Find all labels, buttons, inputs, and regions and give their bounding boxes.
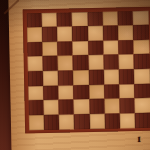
board-square-r4c2 (58, 70, 74, 85)
board-square-r0c4 (87, 11, 103, 26)
board-square-r6c2 (58, 100, 74, 115)
board-square-r1c1 (42, 27, 58, 42)
board-square-r5c0 (28, 86, 44, 101)
board-square-r1c7 (133, 25, 149, 40)
board-border-line (23, 6, 150, 133)
board-square-r0c6 (118, 11, 134, 26)
frame-miter-joint (3, 0, 19, 14)
board-square-r3c1 (42, 56, 58, 71)
board-square-r7c6 (120, 113, 136, 128)
board-square-r6c3 (74, 99, 90, 114)
board-square-r2c2 (57, 41, 73, 56)
board-square-r6c6 (119, 98, 135, 113)
board-square-r7c3 (74, 114, 90, 129)
board-square-r1c6 (118, 25, 134, 40)
board-square-r2c5 (103, 40, 119, 55)
board-square-r7c2 (59, 114, 75, 129)
board-square-r5c7 (134, 83, 150, 98)
board-square-r0c7 (133, 10, 149, 25)
board-square-r7c5 (105, 113, 121, 128)
board-square-r7c7 (135, 113, 150, 128)
board-square-r4c0 (27, 71, 43, 86)
board-square-r0c3 (72, 12, 88, 27)
chessboard-photo: I (0, 0, 150, 150)
board-square-r2c0 (27, 42, 43, 57)
board-square-r3c0 (27, 56, 43, 71)
board-grid (26, 10, 150, 130)
board-square-r0c2 (57, 12, 73, 27)
board-square-r1c3 (72, 26, 88, 41)
board-square-r6c4 (89, 99, 105, 114)
board-square-r6c0 (28, 100, 44, 115)
board-square-r7c1 (44, 115, 60, 130)
board-square-r1c0 (26, 27, 42, 42)
board-square-r4c4 (88, 70, 104, 85)
board-square-r3c4 (88, 55, 104, 70)
board-square-r2c3 (73, 41, 89, 56)
board-square-r3c5 (103, 55, 119, 70)
board-square-r6c1 (43, 100, 59, 115)
board-square-r1c2 (57, 27, 73, 42)
board-square-r7c0 (28, 115, 44, 130)
board-square-r1c4 (87, 26, 103, 41)
board-square-r7c4 (89, 114, 105, 129)
board-square-r0c0 (26, 13, 42, 28)
board-square-r5c6 (119, 84, 135, 99)
board-square-r0c5 (102, 11, 118, 26)
board-square-r3c2 (58, 56, 74, 71)
board-square-r5c3 (73, 85, 89, 100)
board-square-r2c7 (134, 40, 150, 55)
board-square-r3c6 (119, 55, 135, 70)
board-square-r3c7 (134, 54, 150, 69)
board-square-r2c4 (88, 41, 104, 56)
board-square-r4c1 (43, 71, 59, 86)
board-square-r4c6 (119, 69, 135, 84)
board-square-r2c1 (42, 42, 58, 57)
board-square-r1c5 (103, 26, 119, 41)
board-square-r5c1 (43, 85, 59, 100)
board-square-r2c6 (118, 40, 134, 55)
makers-mark: I (137, 136, 140, 143)
board-square-r6c5 (104, 99, 120, 114)
board-square-r0c1 (41, 12, 57, 27)
board-square-r5c5 (104, 84, 120, 99)
board-square-r4c7 (134, 69, 150, 84)
chess-board: I (8, 0, 150, 150)
board-square-r3c3 (73, 55, 89, 70)
board-square-r5c2 (58, 85, 74, 100)
board-square-r4c3 (73, 70, 89, 85)
board-square-r5c4 (89, 84, 105, 99)
board-square-r6c7 (135, 98, 150, 113)
board-square-r4c5 (104, 69, 120, 84)
